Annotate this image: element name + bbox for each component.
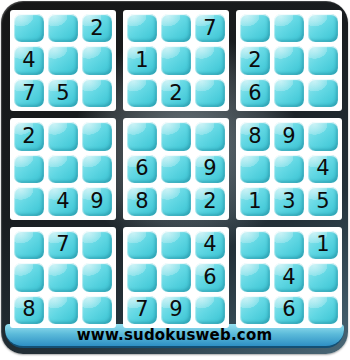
cell-r8c2[interactable] — [48, 263, 78, 291]
cell-r3c5[interactable]: 2 — [161, 79, 191, 107]
cell-r5c7[interactable] — [240, 155, 270, 183]
cell-r7c9[interactable]: 1 — [308, 231, 338, 259]
cell-r6c9[interactable]: 5 — [308, 187, 338, 215]
cell-r9c4[interactable]: 7 — [127, 296, 157, 324]
cell-r8c5[interactable] — [161, 263, 191, 291]
cell-r3c2[interactable]: 5 — [48, 79, 78, 107]
cell-r2c8[interactable] — [274, 46, 304, 74]
cell-r8c9[interactable] — [308, 263, 338, 291]
cell-r8c8[interactable]: 4 — [274, 263, 304, 291]
cell-r9c6[interactable] — [195, 296, 225, 324]
cell-r2c7[interactable]: 2 — [240, 46, 270, 74]
box-3-1: 78 — [10, 227, 116, 328]
cell-r4c2[interactable] — [48, 122, 78, 150]
cell-r9c9[interactable] — [308, 296, 338, 324]
cell-r3c3[interactable] — [82, 79, 112, 107]
box-3-3: 146 — [236, 227, 342, 328]
cell-r7c7[interactable] — [240, 231, 270, 259]
cell-r2c9[interactable] — [308, 46, 338, 74]
cell-r8c7[interactable] — [240, 263, 270, 291]
cell-r3c7[interactable]: 6 — [240, 79, 270, 107]
cell-r2c3[interactable] — [82, 46, 112, 74]
box-3-2: 4679 — [123, 227, 229, 328]
cell-r5c5[interactable] — [161, 155, 191, 183]
cell-r6c3[interactable]: 9 — [82, 187, 112, 215]
website-link[interactable]: www.sudokusweb.com — [77, 326, 272, 344]
cell-r1c7[interactable] — [240, 14, 270, 42]
cell-r3c4[interactable] — [127, 79, 157, 107]
cell-r6c7[interactable]: 1 — [240, 187, 270, 215]
cell-r4c6[interactable] — [195, 122, 225, 150]
cell-r1c4[interactable] — [127, 14, 157, 42]
box-1-3: 26 — [236, 10, 342, 111]
cell-r1c8[interactable] — [274, 14, 304, 42]
cell-r9c8[interactable]: 6 — [274, 296, 304, 324]
cell-r7c6[interactable]: 4 — [195, 231, 225, 259]
cell-r4c9[interactable] — [308, 122, 338, 150]
cell-r1c2[interactable] — [48, 14, 78, 42]
cell-r4c5[interactable] — [161, 122, 191, 150]
cell-r5c3[interactable] — [82, 155, 112, 183]
cell-r6c6[interactable]: 2 — [195, 187, 225, 215]
box-2-2: 6982 — [123, 118, 229, 219]
cell-r2c2[interactable] — [48, 46, 78, 74]
cell-r3c9[interactable] — [308, 79, 338, 107]
cell-r7c5[interactable] — [161, 231, 191, 259]
cell-r5c6[interactable]: 9 — [195, 155, 225, 183]
cell-r4c8[interactable]: 9 — [274, 122, 304, 150]
cell-r4c7[interactable]: 8 — [240, 122, 270, 150]
cell-r6c5[interactable] — [161, 187, 191, 215]
cell-r2c6[interactable] — [195, 46, 225, 74]
cell-r4c3[interactable] — [82, 122, 112, 150]
cell-r8c1[interactable] — [14, 263, 44, 291]
cell-r1c1[interactable] — [14, 14, 44, 42]
box-1-2: 712 — [123, 10, 229, 111]
cell-r9c7[interactable] — [240, 296, 270, 324]
cell-r2c1[interactable]: 4 — [14, 46, 44, 74]
cell-r5c4[interactable]: 6 — [127, 155, 157, 183]
cell-r2c5[interactable] — [161, 46, 191, 74]
cell-r8c4[interactable] — [127, 263, 157, 291]
cell-r7c8[interactable] — [274, 231, 304, 259]
cell-r6c1[interactable] — [14, 187, 44, 215]
cell-r9c5[interactable]: 9 — [161, 296, 191, 324]
cell-r3c8[interactable] — [274, 79, 304, 107]
cell-r3c1[interactable]: 7 — [14, 79, 44, 107]
box-2-1: 249 — [10, 118, 116, 219]
cell-r9c3[interactable] — [82, 296, 112, 324]
cell-r9c2[interactable] — [48, 296, 78, 324]
cell-r7c4[interactable] — [127, 231, 157, 259]
cell-r7c2[interactable]: 7 — [48, 231, 78, 259]
box-2-3: 894135 — [236, 118, 342, 219]
cell-r1c3[interactable]: 2 — [82, 14, 112, 42]
cell-r3c6[interactable] — [195, 79, 225, 107]
cell-r6c4[interactable]: 8 — [127, 187, 157, 215]
cell-r8c6[interactable]: 6 — [195, 263, 225, 291]
board: 2475712262496982894135784679146 — [10, 10, 342, 328]
cell-r1c5[interactable] — [161, 14, 191, 42]
cell-r8c3[interactable] — [82, 263, 112, 291]
cell-r5c8[interactable] — [274, 155, 304, 183]
cell-r7c1[interactable] — [14, 231, 44, 259]
cell-r1c9[interactable] — [308, 14, 338, 42]
cell-r5c9[interactable]: 4 — [308, 155, 338, 183]
cell-r4c4[interactable] — [127, 122, 157, 150]
cell-r6c2[interactable]: 4 — [48, 187, 78, 215]
box-1-1: 2475 — [10, 10, 116, 111]
sudoku-app: 2475712262496982894135784679146 www.sudo… — [0, 0, 350, 360]
cell-r2c4[interactable]: 1 — [127, 46, 157, 74]
cell-r6c8[interactable]: 3 — [274, 187, 304, 215]
sudoku-frame: 2475712262496982894135784679146 www.sudo… — [1, 1, 348, 354]
cell-r4c1[interactable]: 2 — [14, 122, 44, 150]
cell-r1c6[interactable]: 7 — [195, 14, 225, 42]
cell-r5c1[interactable] — [14, 155, 44, 183]
cell-r9c1[interactable]: 8 — [14, 296, 44, 324]
cell-r7c3[interactable] — [82, 231, 112, 259]
cell-r5c2[interactable] — [48, 155, 78, 183]
